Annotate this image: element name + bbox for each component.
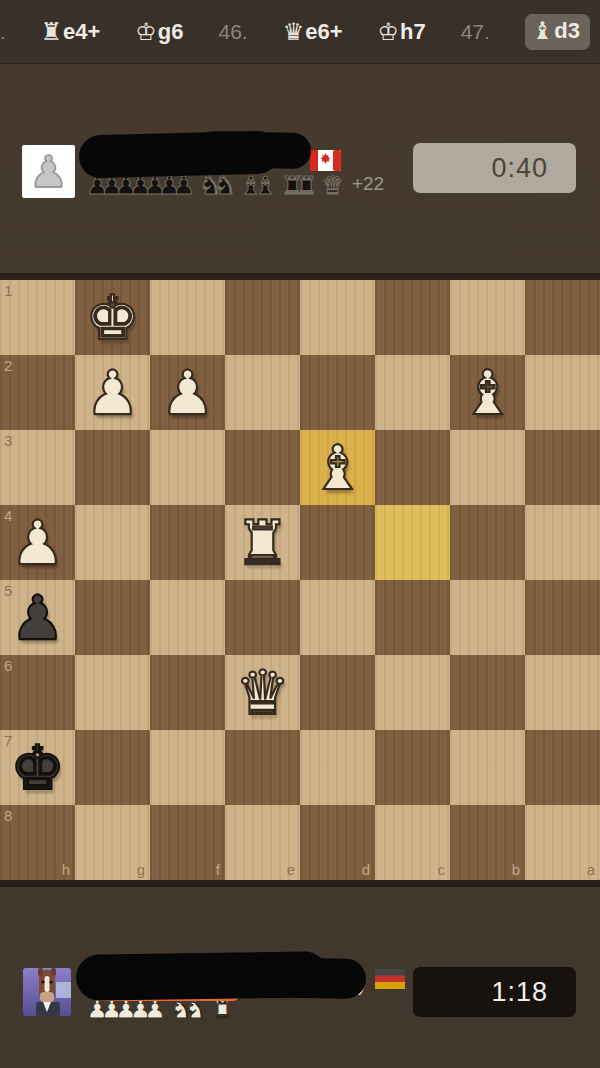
square-g4[interactable] xyxy=(75,505,150,580)
file-label-g: g xyxy=(137,861,145,878)
square-b3[interactable] xyxy=(450,430,525,505)
square-d3[interactable]: ♝ xyxy=(300,430,375,505)
square-b8[interactable]: b xyxy=(450,805,525,880)
white-king-g1: ♚ xyxy=(75,280,150,355)
square-d7[interactable] xyxy=(300,730,375,805)
square-a3[interactable] xyxy=(525,430,600,505)
square-f8[interactable]: f xyxy=(150,805,225,880)
square-d4[interactable] xyxy=(300,505,375,580)
rank-label-7: 7 xyxy=(4,732,12,749)
file-label-h: h xyxy=(62,861,70,878)
square-g1[interactable]: ♚ xyxy=(75,280,150,355)
chess-app-screen: 5.♜e4+♔g646.♛e6+♔h747.♝d3 ♟ (630) ♟♟♟♟♟♟… xyxy=(0,0,600,1068)
move-san: g6 xyxy=(158,19,184,45)
rank-label-1: 1 xyxy=(4,282,12,299)
file-label-b: b xyxy=(512,861,520,878)
square-b7[interactable] xyxy=(450,730,525,805)
white-rook-icon: ♜ xyxy=(40,18,62,46)
move-number: 46. xyxy=(218,20,247,44)
rank-label-3: 3 xyxy=(4,432,12,449)
square-h8[interactable]: 8h xyxy=(0,805,75,880)
square-c2[interactable] xyxy=(375,355,450,430)
square-h5[interactable]: 5♟ xyxy=(0,580,75,655)
white-rook-e4: ♜ xyxy=(225,505,300,580)
square-f5[interactable] xyxy=(150,580,225,655)
square-e5[interactable] xyxy=(225,580,300,655)
square-a7[interactable] xyxy=(525,730,600,805)
square-e8[interactable]: e xyxy=(225,805,300,880)
square-c6[interactable] xyxy=(375,655,450,730)
square-b5[interactable] xyxy=(450,580,525,655)
square-h7[interactable]: 7♚ xyxy=(0,730,75,805)
redacted-name-top-2 xyxy=(195,131,312,169)
square-a6[interactable] xyxy=(525,655,600,730)
square-c4[interactable] xyxy=(375,505,450,580)
square-g6[interactable] xyxy=(75,655,150,730)
captured-black-bishop-group: ♝♝ xyxy=(240,173,277,199)
square-a5[interactable] xyxy=(525,580,600,655)
white-player-avatar[interactable]: ♟ xyxy=(22,145,75,198)
square-h6[interactable]: 6 xyxy=(0,655,75,730)
rank-label-6: 6 xyxy=(4,657,12,674)
chess-board: 1♚2♟♟♝3♝4♟♜5♟6♛7♚8hgfedcba xyxy=(0,273,600,887)
square-c3[interactable] xyxy=(375,430,450,505)
square-e3[interactable] xyxy=(225,430,300,505)
redacted-name-bottom-2 xyxy=(248,957,367,999)
square-d6[interactable] xyxy=(300,655,375,730)
white-clock: 0:40 xyxy=(413,143,576,193)
square-f4[interactable] xyxy=(150,505,225,580)
square-h4[interactable]: 4♟ xyxy=(0,505,75,580)
move-e6+[interactable]: ♛e6+ xyxy=(283,18,343,46)
square-d8[interactable]: d xyxy=(300,805,375,880)
square-h3[interactable]: 3 xyxy=(0,430,75,505)
square-f1[interactable] xyxy=(150,280,225,355)
current-move-d3[interactable]: ♝d3 xyxy=(525,14,590,50)
square-a1[interactable] xyxy=(525,280,600,355)
black-king-icon: ♔ xyxy=(377,18,399,46)
move-number: 5. xyxy=(0,20,6,44)
square-f7[interactable] xyxy=(150,730,225,805)
move-san: d3 xyxy=(554,18,580,44)
square-a8[interactable]: a xyxy=(525,805,600,880)
square-f3[interactable] xyxy=(150,430,225,505)
square-f2[interactable]: ♟ xyxy=(150,355,225,430)
square-g3[interactable] xyxy=(75,430,150,505)
white-queen-icon: ♛ xyxy=(283,18,305,46)
square-g5[interactable] xyxy=(75,580,150,655)
white-pawn-f2: ♟ xyxy=(150,355,225,430)
black-player-avatar[interactable] xyxy=(23,968,71,1016)
black-king-icon: ♔ xyxy=(135,18,157,46)
square-b4[interactable] xyxy=(450,505,525,580)
square-e7[interactable] xyxy=(225,730,300,805)
square-h1[interactable]: 1 xyxy=(0,280,75,355)
file-label-a: a xyxy=(587,861,595,878)
white-bishop-b2: ♝ xyxy=(450,355,525,430)
square-c7[interactable] xyxy=(375,730,450,805)
move-san: e6+ xyxy=(305,19,342,45)
square-g2[interactable]: ♟ xyxy=(75,355,150,430)
white-bishop-d3: ♝ xyxy=(300,430,375,505)
rank-label-5: 5 xyxy=(4,582,12,599)
square-e2[interactable] xyxy=(225,355,300,430)
square-d5[interactable] xyxy=(300,580,375,655)
square-a2[interactable] xyxy=(525,355,600,430)
square-f6[interactable] xyxy=(150,655,225,730)
move-san: e4+ xyxy=(63,19,100,45)
square-c8[interactable]: c xyxy=(375,805,450,880)
white-pawn-g2: ♟ xyxy=(75,355,150,430)
square-d1[interactable] xyxy=(300,280,375,355)
move-list-bar: 5.♜e4+♔g646.♛e6+♔h747.♝d3 xyxy=(0,0,600,64)
square-c5[interactable] xyxy=(375,580,450,655)
square-b1[interactable] xyxy=(450,280,525,355)
square-g7[interactable] xyxy=(75,730,150,805)
file-label-c: c xyxy=(438,861,446,878)
germany-flag xyxy=(375,969,405,993)
white-bishop-icon: ♝ xyxy=(532,17,554,45)
rank-label-4: 4 xyxy=(4,507,12,524)
move-e4+[interactable]: ♜e4+ xyxy=(40,18,100,46)
horse-character-avatar xyxy=(23,968,71,1016)
rank-label-2: 2 xyxy=(4,357,12,374)
captured-black-knight-group: ♞♞ xyxy=(199,173,236,199)
material-advantage: +22 xyxy=(352,171,384,199)
move-number: 47. xyxy=(461,20,490,44)
file-label-d: d xyxy=(362,861,370,878)
square-h2[interactable]: 2 xyxy=(0,355,75,430)
file-label-e: e xyxy=(287,861,295,878)
pawn-avatar-icon: ♟ xyxy=(29,145,68,198)
move-h7[interactable]: ♔h7 xyxy=(377,18,425,46)
square-e4[interactable]: ♜ xyxy=(225,505,300,580)
square-e1[interactable] xyxy=(225,280,300,355)
black-clock: 1:18 xyxy=(413,967,576,1017)
square-c1[interactable] xyxy=(375,280,450,355)
square-b2[interactable]: ♝ xyxy=(450,355,525,430)
square-g8[interactable]: g xyxy=(75,805,150,880)
captured-black-queen-group: ♛ xyxy=(321,173,343,199)
file-label-f: f xyxy=(216,861,220,878)
captured-black-rook-group: ♜♜ xyxy=(281,173,318,199)
square-e6[interactable]: ♛ xyxy=(225,655,300,730)
white-queen-e6: ♛ xyxy=(225,655,300,730)
square-d2[interactable] xyxy=(300,355,375,430)
move-san: h7 xyxy=(400,19,426,45)
rank-label-8: 8 xyxy=(4,807,12,824)
square-a4[interactable] xyxy=(525,505,600,580)
square-b6[interactable] xyxy=(450,655,525,730)
move-g6[interactable]: ♔g6 xyxy=(135,18,183,46)
